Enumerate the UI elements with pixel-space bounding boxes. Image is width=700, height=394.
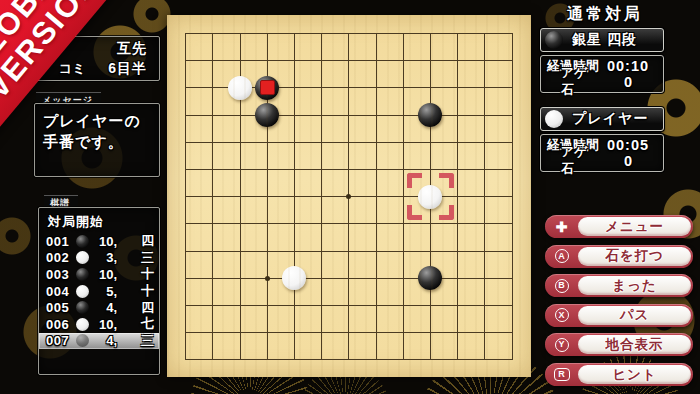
grid-line-horizontal <box>186 223 512 224</box>
kifu-move-row: 0054,四 <box>39 299 159 316</box>
game-screen: 互先 コミ 6目半 メッセージ プレイヤーの 手番です。 棋譜 対局開始 001… <box>0 0 700 394</box>
black-stone-icon <box>545 31 563 49</box>
button-label: メニュー <box>605 218 664 236</box>
board-cursor <box>407 173 454 220</box>
kifu-move-row: 0023,三 <box>39 250 159 267</box>
button-石を打つ[interactable]: A石を打つ <box>545 245 693 268</box>
match-mode-title: 通常対局 <box>540 4 670 25</box>
black-stone <box>418 103 442 127</box>
button-icon-area: B <box>545 274 578 297</box>
move-row-kanji: 十 <box>141 265 154 283</box>
move-row-kanji: 十 <box>141 282 154 300</box>
button-body: メニュー <box>578 217 691 236</box>
move-number: 002 <box>46 250 74 265</box>
move-number: 005 <box>46 300 74 315</box>
kifu-move-row: 0045,十 <box>39 283 159 300</box>
kifu-move-list: 00110,四0023,三00310,十0045,十0054,四00610,七0… <box>39 233 159 349</box>
black-stone <box>255 103 279 127</box>
move-number: 007 <box>46 333 74 348</box>
button-まった[interactable]: Bまった <box>545 274 693 297</box>
move-row-kanji: 四 <box>141 299 154 317</box>
message-panel: プレイヤーの 手番です。 <box>34 103 160 177</box>
grid-line-horizontal <box>186 278 512 279</box>
player-stats-box: 経過時間00:05アゲ石0 <box>540 134 664 172</box>
white-stone <box>282 266 306 290</box>
move-number: 004 <box>46 284 74 299</box>
plus-button-icon: ✚ <box>556 220 568 234</box>
captures-label: アゲ石 <box>561 65 600 99</box>
button-label: パス <box>620 306 650 324</box>
captures-value: 0 <box>600 74 657 90</box>
star-point <box>265 276 270 281</box>
grid-line-vertical <box>457 33 458 359</box>
white-stone-icon <box>545 110 563 128</box>
black-stone-icon <box>76 334 89 347</box>
move-column: 10, <box>91 317 117 332</box>
grid-line-horizontal <box>186 332 512 333</box>
star-point <box>346 194 351 199</box>
white-stone-icon <box>76 285 89 298</box>
kifu-panel: 対局開始 00110,四0023,三00310,十0045,十0054,四006… <box>38 207 160 375</box>
button-メニュー[interactable]: ✚メニュー <box>545 215 693 238</box>
black-stone <box>418 266 442 290</box>
white-stone <box>228 76 252 100</box>
button-body: 石を打つ <box>578 247 691 266</box>
grid-line-vertical <box>403 33 404 359</box>
kifu-move-row: 00310,十 <box>39 266 159 283</box>
player-name: 銀星 四段 <box>572 31 637 49</box>
captures-row: アゲ石0 <box>547 74 657 90</box>
button-ヒント[interactable]: Rヒント <box>545 363 693 386</box>
player-name-box: 銀星 四段 <box>540 28 664 52</box>
button-body: ヒント <box>578 365 691 384</box>
elapsed-time-value: 00:05 <box>599 137 657 153</box>
move-column: 10, <box>91 267 117 282</box>
grid-line-horizontal <box>186 251 512 252</box>
move-column: 4, <box>91 333 117 348</box>
player-name: プレイヤー <box>572 110 648 128</box>
kifu-move-row: 00110,四 <box>39 233 159 250</box>
button-icon-area: A <box>545 245 578 268</box>
button-label: 石を打つ <box>605 247 664 265</box>
move-number: 003 <box>46 267 74 282</box>
player-card: プレイヤー経過時間00:05アゲ石0 <box>540 107 664 172</box>
button-label: ヒント <box>612 366 656 384</box>
move-column: 10, <box>91 234 117 249</box>
button-body: まった <box>578 276 691 295</box>
button-body: 地合表示 <box>578 335 691 354</box>
elapsed-time-value: 00:10 <box>599 58 657 74</box>
grid-line-horizontal <box>186 359 512 360</box>
grid-line-horizontal <box>186 305 512 306</box>
komi-value: 6目半 <box>108 60 147 78</box>
a-button-icon: A <box>555 249 569 263</box>
kifu-move-row: 0074,三 <box>39 333 159 350</box>
captures-value: 0 <box>600 153 657 169</box>
move-column: 5, <box>91 284 117 299</box>
captures-label: アゲ石 <box>561 144 600 178</box>
black-stone-icon <box>76 268 89 281</box>
komi-label: コミ <box>59 60 86 78</box>
move-number: 001 <box>46 234 74 249</box>
move-row-kanji: 七 <box>141 315 154 333</box>
button-icon-area: X <box>545 304 578 327</box>
b-button-icon: B <box>555 279 569 293</box>
button-body: パス <box>578 306 691 325</box>
player-name-box: プレイヤー <box>540 107 664 131</box>
grid-line-vertical <box>512 33 513 359</box>
white-stone-icon <box>76 251 89 264</box>
x-button-icon: X <box>555 308 569 322</box>
white-stone-icon <box>76 318 89 331</box>
r-shoulder-button-icon: R <box>554 368 570 381</box>
player-stats-box: 経過時間00:10アゲ石0 <box>540 55 664 93</box>
move-row-kanji: 三 <box>141 332 154 350</box>
kifu-start-text: 対局開始 <box>39 211 159 233</box>
move-column: 4, <box>91 300 117 315</box>
button-パス[interactable]: Xパス <box>545 304 693 327</box>
message-line1: プレイヤーの <box>43 110 151 131</box>
button-label: 地合表示 <box>606 336 664 354</box>
button-icon-area: Y <box>545 333 578 356</box>
button-icon-area: ✚ <box>545 215 578 238</box>
move-row-kanji: 四 <box>141 232 154 250</box>
button-地合表示[interactable]: Y地合表示 <box>545 333 693 356</box>
kifu-move-row: 00610,七 <box>39 316 159 333</box>
komi-row: コミ 6目半 <box>41 59 147 79</box>
y-button-icon: Y <box>555 338 569 352</box>
captures-row: アゲ石0 <box>547 153 657 169</box>
grid-line-vertical <box>484 33 485 359</box>
move-number: 006 <box>46 317 74 332</box>
black-stone-icon <box>76 301 89 314</box>
move-column: 3, <box>91 250 117 265</box>
handicap-value: 互先 <box>117 40 147 58</box>
button-icon-area: R <box>545 363 578 386</box>
last-move-marker <box>260 80 275 95</box>
button-label: まった <box>612 277 656 295</box>
opponent-card: 銀星 四段経過時間00:10アゲ石0 <box>540 28 664 93</box>
go-board[interactable] <box>167 15 531 377</box>
message-line2: 手番です。 <box>43 131 151 152</box>
move-row-kanji: 三 <box>141 249 154 267</box>
black-stone-icon <box>76 235 89 248</box>
grid-line-vertical <box>376 33 377 359</box>
